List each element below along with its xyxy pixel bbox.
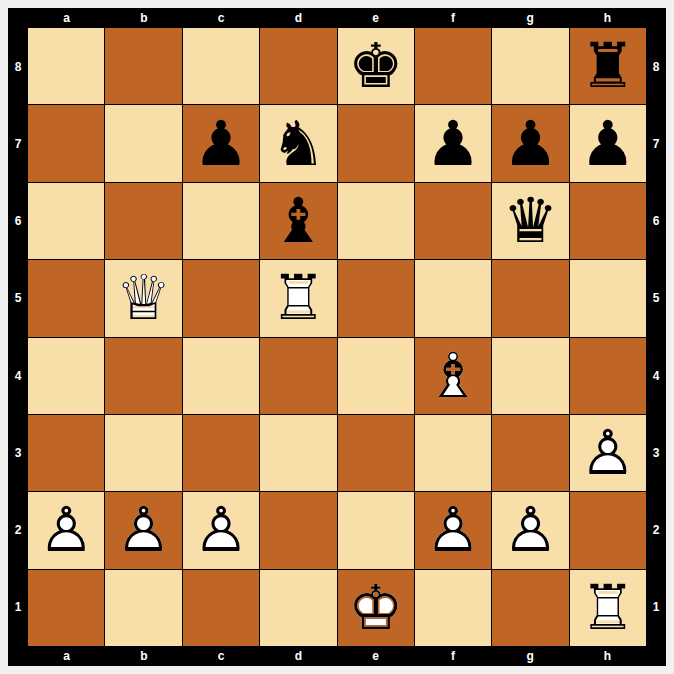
file-label-g: g [492,646,569,666]
square-e2[interactable] [338,492,414,568]
piece-black-knight[interactable]: ♞ [271,113,327,175]
piece-black-pawn[interactable]: ♟ [425,113,481,175]
chess-board: ♚♜♟♞♟♟♟♝♛♛♕♜♖♝♗♟♙♟♙♟♙♟♙♟♙♟♙♚♔♜♖ [28,28,646,646]
board-frame: abcdefgh 87654321 ♚♜♟♞♟♟♟♝♛♛♕♜♖♝♗♟♙♟♙♟♙♟… [8,8,666,666]
rank-label-6: 6 [8,183,28,260]
square-b8[interactable] [105,28,181,104]
square-d3[interactable] [260,415,336,491]
square-f3[interactable] [415,415,491,491]
piece-white-pawn[interactable]: ♟♙ [38,499,94,561]
chess-app: abcdefgh 87654321 ♚♜♟♞♟♟♟♝♛♛♕♜♖♝♗♟♙♟♙♟♙♟… [0,0,674,674]
square-c6[interactable] [183,183,259,259]
square-d7[interactable]: ♞ [260,105,336,181]
square-g4[interactable] [492,338,568,414]
piece-white-pawn[interactable]: ♟♙ [503,499,559,561]
square-c5[interactable] [183,260,259,336]
piece-white-rook[interactable]: ♜♖ [580,577,636,639]
square-b5[interactable]: ♛♕ [105,260,181,336]
square-a2[interactable]: ♟♙ [28,492,104,568]
file-labels-bottom: abcdefgh [28,646,646,666]
square-a1[interactable] [28,570,104,646]
rank-label-4: 4 [8,337,28,414]
square-a3[interactable] [28,415,104,491]
square-f6[interactable] [415,183,491,259]
frame-corner [646,8,666,28]
piece-black-pawn[interactable]: ♟ [580,113,636,175]
piece-white-pawn[interactable]: ♟♙ [580,422,636,484]
square-c4[interactable] [183,338,259,414]
square-d4[interactable] [260,338,336,414]
square-g3[interactable] [492,415,568,491]
square-h4[interactable] [570,338,646,414]
square-e1[interactable]: ♚♔ [338,570,414,646]
square-h6[interactable] [570,183,646,259]
square-h1[interactable]: ♜♖ [570,570,646,646]
square-a5[interactable] [28,260,104,336]
file-label-b: b [105,646,182,666]
rank-labels-right: 87654321 [646,28,666,646]
square-f5[interactable] [415,260,491,336]
rank-label-7: 7 [8,105,28,182]
square-c8[interactable] [183,28,259,104]
square-f7[interactable]: ♟ [415,105,491,181]
piece-black-rook[interactable]: ♜ [580,35,636,97]
square-g6[interactable]: ♛ [492,183,568,259]
file-label-e: e [337,646,414,666]
file-label-f: f [414,646,491,666]
rank-label-1: 1 [646,569,666,646]
piece-black-pawn[interactable]: ♟ [503,113,559,175]
square-g1[interactable] [492,570,568,646]
square-f1[interactable] [415,570,491,646]
file-label-b: b [105,8,182,28]
rank-label-3: 3 [646,414,666,491]
piece-black-queen[interactable]: ♛ [503,190,559,252]
piece-black-bishop[interactable]: ♝ [271,190,327,252]
file-label-a: a [28,646,105,666]
square-e3[interactable] [338,415,414,491]
piece-white-rook[interactable]: ♜♖ [271,267,327,329]
rank-label-6: 6 [646,183,666,260]
square-e6[interactable] [338,183,414,259]
square-c3[interactable] [183,415,259,491]
square-g5[interactable] [492,260,568,336]
square-g7[interactable]: ♟ [492,105,568,181]
square-h3[interactable]: ♟♙ [570,415,646,491]
square-b2[interactable]: ♟♙ [105,492,181,568]
square-f4[interactable]: ♝♗ [415,338,491,414]
piece-white-pawn[interactable]: ♟♙ [116,499,172,561]
square-h2[interactable] [570,492,646,568]
square-b6[interactable] [105,183,181,259]
rank-label-3: 3 [8,414,28,491]
square-f2[interactable]: ♟♙ [415,492,491,568]
square-c2[interactable]: ♟♙ [183,492,259,568]
file-label-g: g [492,8,569,28]
square-e8[interactable]: ♚ [338,28,414,104]
frame-corner [8,646,28,666]
square-c7[interactable]: ♟ [183,105,259,181]
file-label-d: d [260,8,337,28]
square-a6[interactable] [28,183,104,259]
frame-corner [646,646,666,666]
square-e4[interactable] [338,338,414,414]
rank-label-7: 7 [646,105,666,182]
rank-label-1: 1 [8,569,28,646]
square-e5[interactable] [338,260,414,336]
square-f8[interactable] [415,28,491,104]
square-d2[interactable] [260,492,336,568]
piece-black-king[interactable]: ♚ [348,35,404,97]
square-c1[interactable] [183,570,259,646]
rank-label-4: 4 [646,337,666,414]
square-h8[interactable]: ♜ [570,28,646,104]
square-g8[interactable] [492,28,568,104]
file-label-h: h [569,646,646,666]
file-label-a: a [28,8,105,28]
square-b3[interactable] [105,415,181,491]
rank-label-5: 5 [8,260,28,337]
square-d1[interactable] [260,570,336,646]
piece-white-queen[interactable]: ♛♕ [116,267,172,329]
square-d5[interactable]: ♜♖ [260,260,336,336]
square-d8[interactable] [260,28,336,104]
piece-white-king[interactable]: ♚♔ [348,577,404,639]
file-label-c: c [183,8,260,28]
square-b4[interactable] [105,338,181,414]
square-a7[interactable] [28,105,104,181]
square-a8[interactable] [28,28,104,104]
rank-label-8: 8 [646,28,666,105]
square-d6[interactable]: ♝ [260,183,336,259]
file-label-e: e [337,8,414,28]
file-label-d: d [260,646,337,666]
rank-label-2: 2 [646,492,666,569]
file-labels-top: abcdefgh [28,8,646,28]
square-h5[interactable] [570,260,646,336]
file-label-c: c [183,646,260,666]
piece-white-pawn[interactable]: ♟♙ [425,499,481,561]
square-b7[interactable] [105,105,181,181]
square-g2[interactable]: ♟♙ [492,492,568,568]
piece-white-pawn[interactable]: ♟♙ [193,499,249,561]
piece-white-bishop[interactable]: ♝♗ [425,345,481,407]
square-h7[interactable]: ♟ [570,105,646,181]
square-e7[interactable] [338,105,414,181]
rank-label-5: 5 [646,260,666,337]
rank-label-2: 2 [8,492,28,569]
square-b1[interactable] [105,570,181,646]
rank-label-8: 8 [8,28,28,105]
square-a4[interactable] [28,338,104,414]
file-label-h: h [569,8,646,28]
file-label-f: f [414,8,491,28]
frame-corner [8,8,28,28]
rank-labels-left: 87654321 [8,28,28,646]
piece-black-pawn[interactable]: ♟ [193,113,249,175]
